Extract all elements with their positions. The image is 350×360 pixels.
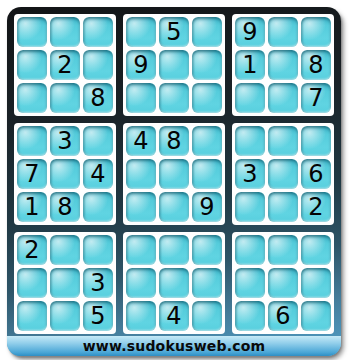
cell-r1c6[interactable]: [192, 17, 222, 47]
cell-r3c2[interactable]: [50, 83, 80, 113]
cell-r6c9[interactable]: 2: [301, 192, 331, 222]
given-digit: 9: [133, 53, 148, 77]
cell-r7c8[interactable]: [268, 235, 298, 265]
cell-r2c6[interactable]: [192, 50, 222, 80]
cell-r7c7[interactable]: [235, 235, 265, 265]
cell-r6c1[interactable]: 1: [17, 192, 47, 222]
cell-r9c4[interactable]: [126, 301, 156, 331]
cell-r5c2[interactable]: [50, 159, 80, 189]
given-digit: 9: [242, 20, 257, 44]
given-digit: 1: [242, 53, 257, 77]
cell-r3c9[interactable]: 7: [301, 83, 331, 113]
given-digit: 7: [24, 162, 39, 186]
cell-r4c3[interactable]: [83, 126, 113, 156]
cell-r5c4[interactable]: [126, 159, 156, 189]
box-2-3: 362: [232, 123, 334, 225]
cell-r5c1[interactable]: 7: [17, 159, 47, 189]
sudoku-frame: 285991873741848936223546 www.sudokusweb.…: [7, 7, 341, 356]
cell-r2c9[interactable]: 8: [301, 50, 331, 80]
cell-r8c7[interactable]: [235, 268, 265, 298]
given-digit: 2: [24, 238, 39, 262]
cell-r2c2[interactable]: 2: [50, 50, 80, 80]
given-digit: 8: [166, 129, 181, 153]
given-digit: 9: [199, 195, 214, 219]
cell-r8c6[interactable]: [192, 268, 222, 298]
cell-r7c9[interactable]: [301, 235, 331, 265]
given-digit: 4: [90, 162, 105, 186]
cell-r9c7[interactable]: [235, 301, 265, 331]
cell-r3c4[interactable]: [126, 83, 156, 113]
cell-r7c3[interactable]: [83, 235, 113, 265]
cell-r2c1[interactable]: [17, 50, 47, 80]
cell-r1c8[interactable]: [268, 17, 298, 47]
cell-r7c5[interactable]: [159, 235, 189, 265]
box-2-1: 37418: [14, 123, 116, 225]
cell-r8c5[interactable]: [159, 268, 189, 298]
cell-r1c5[interactable]: 5: [159, 17, 189, 47]
cell-r9c9[interactable]: [301, 301, 331, 331]
site-url: www.sudokusweb.com: [83, 338, 266, 354]
cell-r3c6[interactable]: [192, 83, 222, 113]
given-digit: 1: [24, 195, 39, 219]
box-3-3: 6: [232, 232, 334, 334]
cell-r4c1[interactable]: [17, 126, 47, 156]
cell-r2c5[interactable]: [159, 50, 189, 80]
given-digit: 5: [166, 20, 181, 44]
cell-r7c2[interactable]: [50, 235, 80, 265]
given-digit: 8: [57, 195, 72, 219]
box-2-2: 489: [123, 123, 225, 225]
cell-r8c8[interactable]: [268, 268, 298, 298]
page: 285991873741848936223546 www.sudokusweb.…: [0, 0, 350, 360]
sudoku-board: 285991873741848936223546: [14, 14, 334, 334]
cell-r1c2[interactable]: [50, 17, 80, 47]
cell-r4c7[interactable]: [235, 126, 265, 156]
cell-r6c6[interactable]: 9: [192, 192, 222, 222]
cell-r6c8[interactable]: [268, 192, 298, 222]
cell-r3c3[interactable]: 8: [83, 83, 113, 113]
cell-r4c2[interactable]: 3: [50, 126, 80, 156]
cell-r4c4[interactable]: 4: [126, 126, 156, 156]
cell-r9c3[interactable]: 5: [83, 301, 113, 331]
given-digit: 8: [90, 86, 105, 110]
cell-r7c6[interactable]: [192, 235, 222, 265]
cell-r4c5[interactable]: 8: [159, 126, 189, 156]
cell-r2c7[interactable]: 1: [235, 50, 265, 80]
cell-r9c8[interactable]: 6: [268, 301, 298, 331]
cell-r2c4[interactable]: 9: [126, 50, 156, 80]
cell-r9c2[interactable]: [50, 301, 80, 331]
cell-r3c7[interactable]: [235, 83, 265, 113]
cell-r1c1[interactable]: [17, 17, 47, 47]
given-digit: 3: [90, 271, 105, 295]
cell-r8c2[interactable]: [50, 268, 80, 298]
cell-r2c8[interactable]: [268, 50, 298, 80]
given-digit: 8: [308, 53, 323, 77]
cell-r1c3[interactable]: [83, 17, 113, 47]
cell-r6c7[interactable]: [235, 192, 265, 222]
cell-r3c8[interactable]: [268, 83, 298, 113]
cell-r6c5[interactable]: [159, 192, 189, 222]
cell-r2c3[interactable]: [83, 50, 113, 80]
given-digit: 6: [308, 162, 323, 186]
cell-r5c8[interactable]: [268, 159, 298, 189]
box-1-2: 59: [123, 14, 225, 116]
cell-r4c9[interactable]: [301, 126, 331, 156]
cell-r1c4[interactable]: [126, 17, 156, 47]
cell-r8c4[interactable]: [126, 268, 156, 298]
given-digit: 4: [133, 129, 148, 153]
cell-r5c3[interactable]: 4: [83, 159, 113, 189]
cell-r5c5[interactable]: [159, 159, 189, 189]
box-1-3: 9187: [232, 14, 334, 116]
cell-r5c7[interactable]: 3: [235, 159, 265, 189]
cell-r8c1[interactable]: [17, 268, 47, 298]
cell-r9c1[interactable]: [17, 301, 47, 331]
cell-r1c9[interactable]: [301, 17, 331, 47]
box-3-1: 235: [14, 232, 116, 334]
given-digit: 2: [308, 195, 323, 219]
given-digit: 3: [57, 129, 72, 153]
given-digit: 2: [57, 53, 72, 77]
footer-bar: www.sudokusweb.com: [7, 336, 341, 356]
cell-r9c5[interactable]: 4: [159, 301, 189, 331]
given-digit: 5: [90, 304, 105, 328]
cell-r8c9[interactable]: [301, 268, 331, 298]
given-digit: 4: [166, 304, 181, 328]
cell-r5c6[interactable]: [192, 159, 222, 189]
box-3-2: 4: [123, 232, 225, 334]
cell-r6c3[interactable]: [83, 192, 113, 222]
cell-r6c4[interactable]: [126, 192, 156, 222]
cell-r1c7[interactable]: 9: [235, 17, 265, 47]
cell-r3c5[interactable]: [159, 83, 189, 113]
cell-r4c8[interactable]: [268, 126, 298, 156]
cell-r8c3[interactable]: 3: [83, 268, 113, 298]
cell-r3c1[interactable]: [17, 83, 47, 113]
box-1-1: 28: [14, 14, 116, 116]
cell-r7c1[interactable]: 2: [17, 235, 47, 265]
cell-r6c2[interactable]: 8: [50, 192, 80, 222]
cell-r9c6[interactable]: [192, 301, 222, 331]
given-digit: 7: [308, 86, 323, 110]
given-digit: 6: [275, 304, 290, 328]
given-digit: 3: [242, 162, 257, 186]
cell-r7c4[interactable]: [126, 235, 156, 265]
cell-r5c9[interactable]: 6: [301, 159, 331, 189]
cell-r4c6[interactable]: [192, 126, 222, 156]
